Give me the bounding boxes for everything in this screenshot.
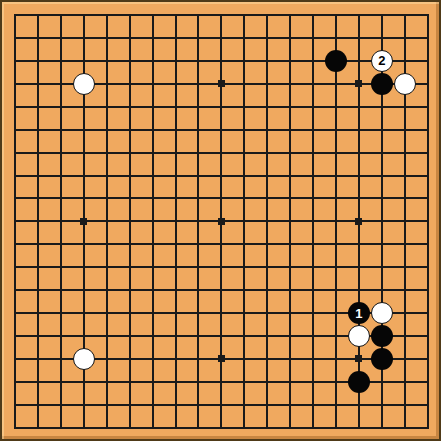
white-stone-R17: 2 xyxy=(371,50,393,72)
stones-layer: 21 xyxy=(4,4,440,440)
black-stone-R4 xyxy=(371,348,393,370)
go-board: 21 xyxy=(0,0,441,441)
black-stone-R5 xyxy=(371,325,393,347)
black-stone-R16 xyxy=(371,73,393,95)
white-stone-D4 xyxy=(73,348,95,370)
black-stone-P17 xyxy=(325,50,347,72)
black-stone-Q6: 1 xyxy=(348,302,370,324)
white-stone-Q5 xyxy=(348,325,370,347)
white-stone-D16 xyxy=(73,73,95,95)
white-stone-R6 xyxy=(371,302,393,324)
black-stone-Q3 xyxy=(348,371,370,393)
white-stone-S16 xyxy=(394,73,416,95)
